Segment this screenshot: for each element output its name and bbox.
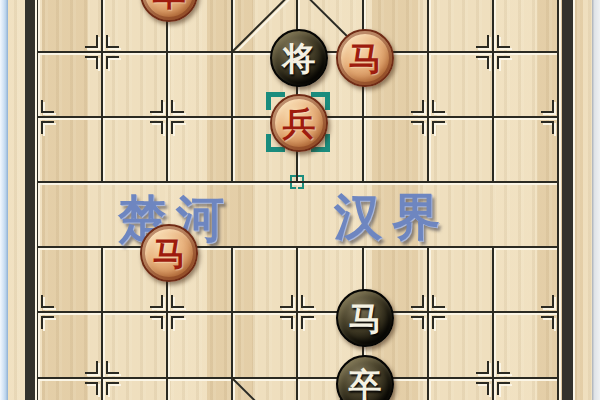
piece-red-soldier[interactable]: 兵 <box>270 94 328 152</box>
piece-black-general[interactable]: 将 <box>270 29 328 87</box>
piece-red-horse[interactable]: 马 <box>140 224 198 282</box>
piece-black-horse[interactable]: 马 <box>336 289 394 347</box>
xiangqi-game-window: 楚河 汉界 车将马兵马马卒 <box>0 0 600 400</box>
piece-label: 卒 <box>349 368 382 400</box>
piece-label: 车 <box>153 0 186 10</box>
last-move-origin-marker <box>290 175 304 189</box>
piece-red-horse[interactable]: 马 <box>336 29 394 87</box>
piece-label: 马 <box>349 42 382 75</box>
piece-label: 马 <box>153 237 186 270</box>
piece-label: 将 <box>283 42 316 75</box>
piece-label: 兵 <box>283 107 316 140</box>
piece-label: 马 <box>349 302 382 335</box>
river-label-han-jie: 汉界 <box>334 191 450 241</box>
